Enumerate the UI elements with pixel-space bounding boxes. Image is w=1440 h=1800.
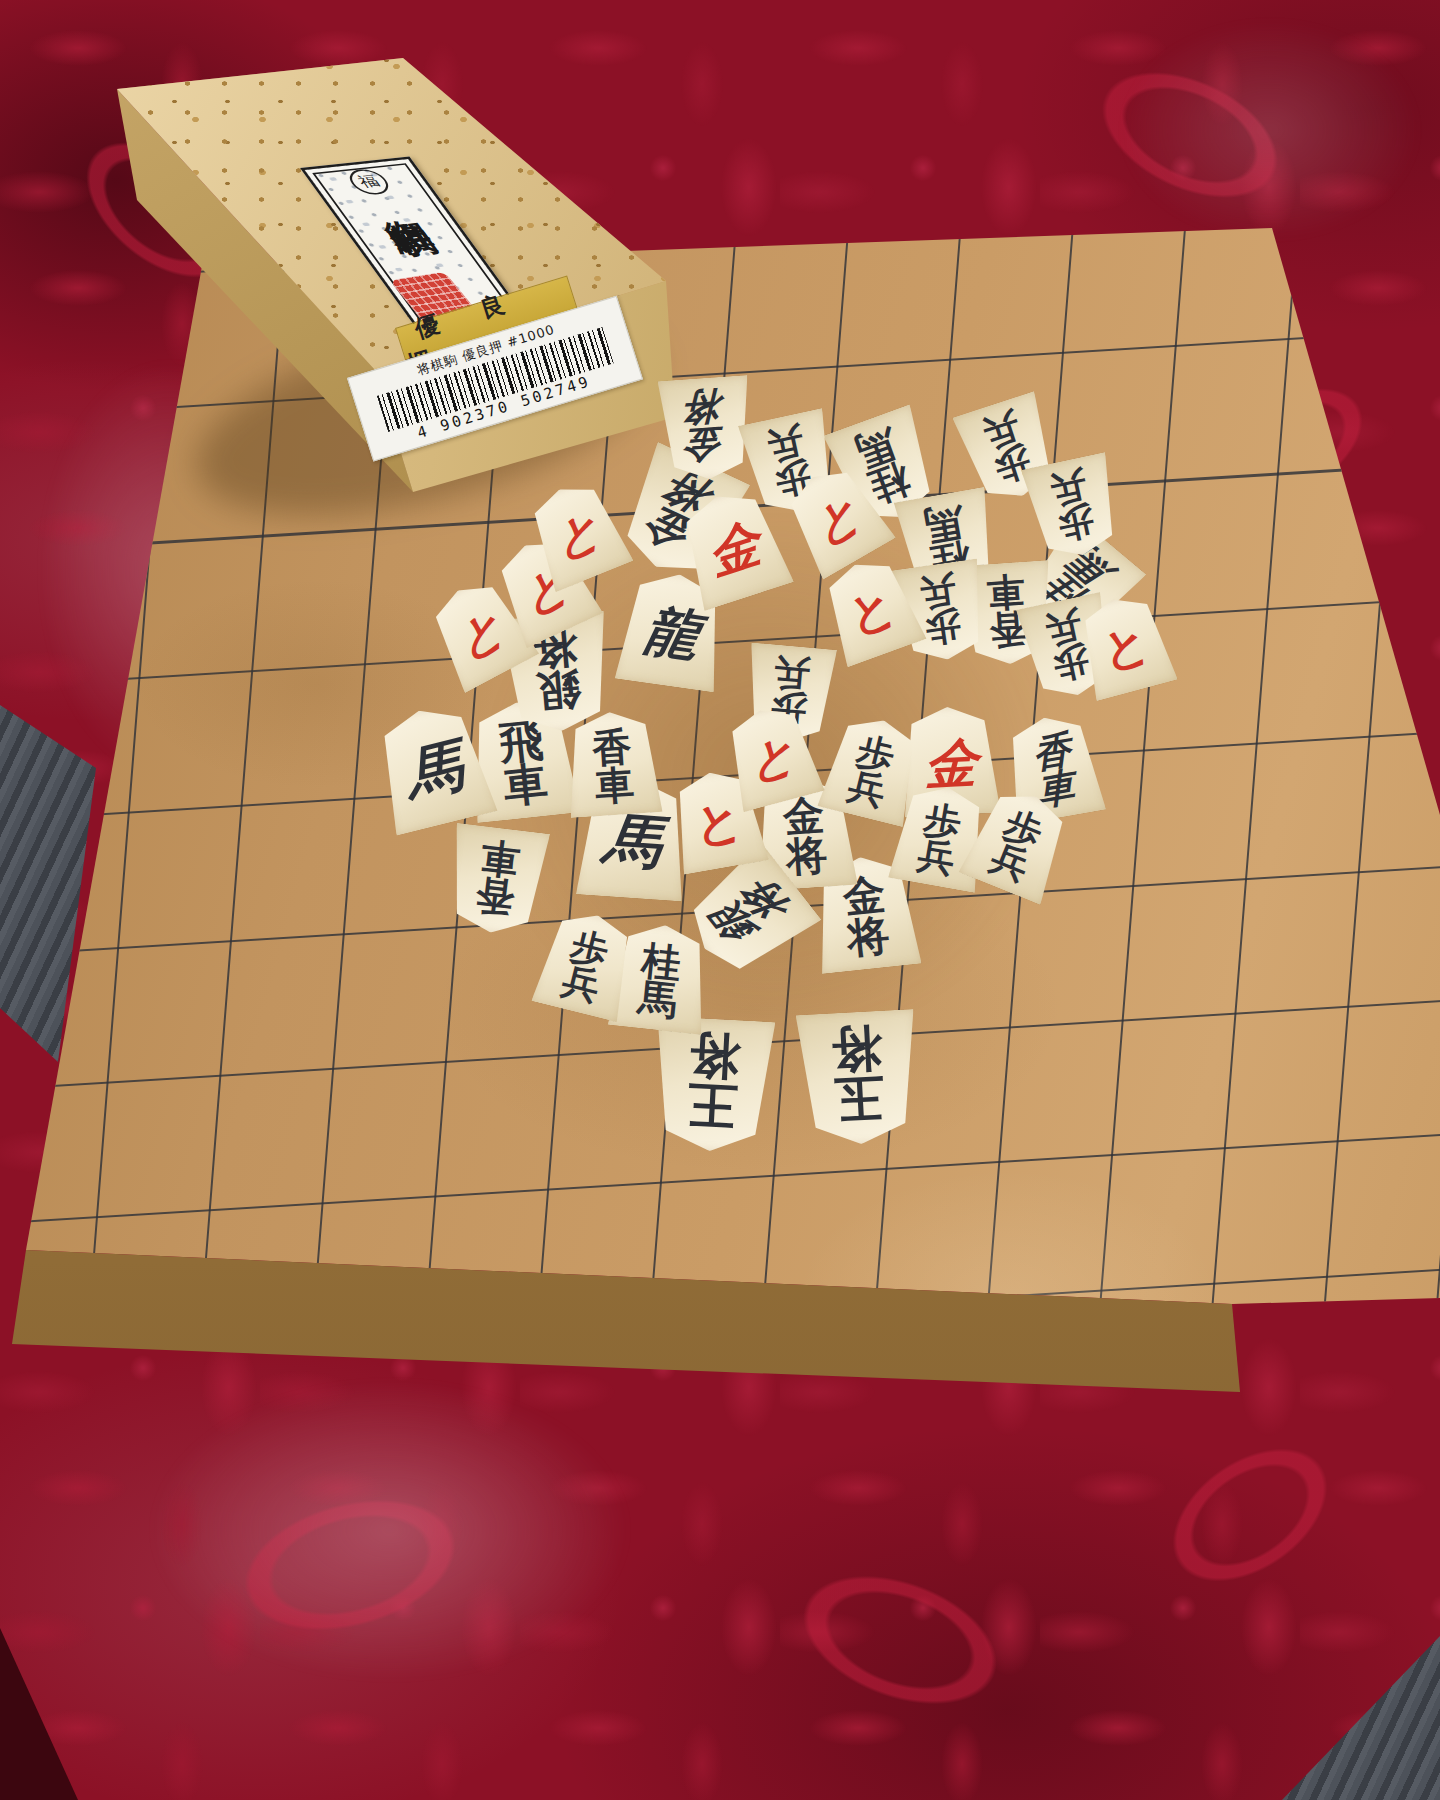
fabric-swirl <box>183 1444 517 1686</box>
shogi-piece-box[interactable]: 福 御将棋駒 優 良 押 将棋駒 優良押 #1000 4 902370 5027… <box>95 40 695 520</box>
fabric-swirl <box>741 1517 1059 1763</box>
fabric-sheen <box>1120 20 1420 240</box>
box-main-label-text: 御将棋駒 <box>356 196 415 213</box>
fabric-swirl <box>1109 1385 1392 1646</box>
fabric-sheen <box>150 1380 630 1680</box>
fuku-emblem-icon: 福 <box>343 168 395 196</box>
fabric-swirl <box>1040 12 1339 258</box>
